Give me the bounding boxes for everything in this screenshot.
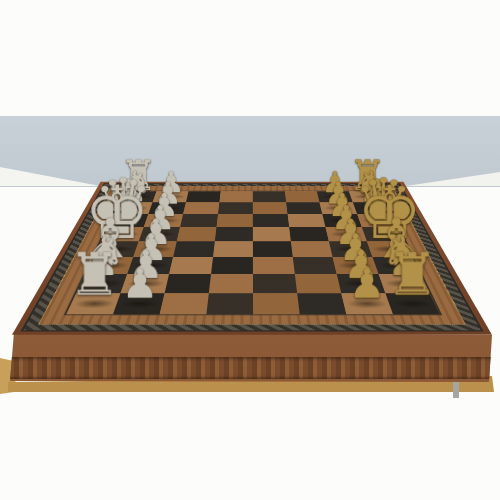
square-b5 [253,202,288,214]
square-e3 [173,241,215,257]
wood-rim: ♜♟♟♜♞♟♟♞♝♟♟♝♛♟♟♛♚♟♟♚♝♟♟♝♞♟♟♞♜♟♟♜ [12,182,492,335]
square-b3 [183,202,219,214]
white-rook: ♜ [68,245,120,303]
square-h6 [297,293,346,314]
square-c5 [253,214,289,227]
square-a6 [285,191,320,202]
square-g4 [209,274,253,293]
square-h1: ♜ [66,293,120,314]
square-g6 [295,274,341,293]
square-g3 [165,274,211,293]
board-top-surface: ♜♟♟♜♞♟♟♞♝♟♟♝♛♟♟♛♚♟♟♚♝♟♟♝♞♟♟♞♜♟♟♜ [12,182,492,335]
square-e5 [253,241,293,257]
square-a5 [253,191,286,202]
square-a3 [186,191,221,202]
white-pawn: ♟ [121,263,157,303]
square-c4 [216,214,252,227]
square-h5 [253,293,300,314]
square-f4 [211,257,253,274]
square-h8: ♜ [385,293,439,314]
dark-trim-band: ♜♟♟♜♞♟♟♞♝♟♟♝♛♟♟♛♚♟♟♚♝♟♟♝♞♟♟♞♜♟♟♜ [20,183,483,331]
square-f3 [169,257,213,274]
square-d3 [177,227,217,241]
leather-border: ♜♟♟♜♞♟♟♞♝♟♟♝♛♟♟♛♚♟♟♚♝♟♟♝♞♟♟♞♜♟♟♜ [38,186,466,324]
square-h4 [206,293,253,314]
chessboard: ♜♟♟♜♞♟♟♞♝♟♟♝♛♟♟♛♚♟♟♚♝♟♟♝♞♟♟♞♜♟♟♜ [66,55,437,426]
square-f6 [293,257,337,274]
square-d4 [215,227,253,241]
board-grid: ♜♟♟♜♞♟♟♞♝♟♟♝♛♟♟♛♚♟♟♚♝♟♟♝♞♟♟♞♜♟♟♜ [64,191,442,316]
square-d5 [253,227,291,241]
square-c3 [180,214,218,227]
square-g5 [253,274,297,293]
square-b6 [286,202,322,214]
chess-set-photo: ♜♟♟♜♞♟♟♞♝♟♟♝♛♟♟♛♚♟♟♚♝♟♟♝♞♟♟♞♜♟♟♜ [0,0,500,500]
square-c6 [288,214,326,227]
square-b4 [218,202,253,214]
square-e4 [213,241,253,257]
square-a4 [219,191,252,202]
square-e6 [291,241,333,257]
square-h3 [160,293,209,314]
square-f5 [253,257,295,274]
square-d6 [289,227,329,241]
black-rook: ♜ [386,245,438,303]
black-pawn: ♟ [348,263,384,303]
